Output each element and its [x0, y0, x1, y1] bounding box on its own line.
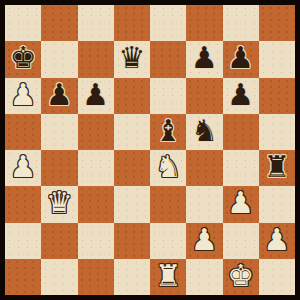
white-pawn-a4[interactable]: ♟ [10, 152, 37, 182]
square-a3[interactable] [5, 186, 41, 222]
square-e3[interactable] [150, 186, 186, 222]
square-g7[interactable]: ♟ [223, 41, 259, 77]
square-h7[interactable] [259, 41, 295, 77]
black-rook-h4[interactable]: ♜ [263, 152, 290, 182]
square-c7[interactable] [78, 41, 114, 77]
square-c8[interactable] [78, 5, 114, 41]
square-b3[interactable]: ♛ [41, 186, 77, 222]
white-knight-e4[interactable]: ♞ [155, 152, 182, 182]
white-rook-e1[interactable]: ♜ [155, 261, 182, 291]
square-c3[interactable] [78, 186, 114, 222]
square-d6[interactable] [114, 78, 150, 114]
square-d8[interactable] [114, 5, 150, 41]
square-f6[interactable] [186, 78, 222, 114]
square-h8[interactable] [259, 5, 295, 41]
white-king-g1[interactable]: ♚ [227, 261, 254, 291]
square-c4[interactable] [78, 150, 114, 186]
square-f3[interactable] [186, 186, 222, 222]
square-a2[interactable] [5, 223, 41, 259]
black-pawn-b6[interactable]: ♟ [46, 80, 73, 110]
square-a5[interactable] [5, 114, 41, 150]
black-king-a7[interactable]: ♚ [10, 43, 37, 73]
square-b8[interactable] [41, 5, 77, 41]
square-a4[interactable]: ♟ [5, 150, 41, 186]
square-g6[interactable]: ♟ [223, 78, 259, 114]
square-e8[interactable] [150, 5, 186, 41]
square-d1[interactable] [114, 259, 150, 295]
white-pawn-f2[interactable]: ♟ [191, 225, 218, 255]
white-pawn-a6[interactable]: ♟ [10, 80, 37, 110]
square-c2[interactable] [78, 223, 114, 259]
square-h4[interactable]: ♜ [259, 150, 295, 186]
square-g2[interactable] [223, 223, 259, 259]
square-h3[interactable] [259, 186, 295, 222]
black-pawn-f7[interactable]: ♟ [191, 43, 218, 73]
square-g5[interactable] [223, 114, 259, 150]
square-f1[interactable] [186, 259, 222, 295]
square-d4[interactable] [114, 150, 150, 186]
square-a8[interactable] [5, 5, 41, 41]
black-pawn-g6[interactable]: ♟ [227, 80, 254, 110]
square-f2[interactable]: ♟ [186, 223, 222, 259]
square-g1[interactable]: ♚ [223, 259, 259, 295]
square-b7[interactable] [41, 41, 77, 77]
black-bishop-e5[interactable]: ♝ [155, 116, 182, 146]
square-d5[interactable] [114, 114, 150, 150]
square-e1[interactable]: ♜ [150, 259, 186, 295]
square-d7[interactable]: ♛ [114, 41, 150, 77]
square-b1[interactable] [41, 259, 77, 295]
square-g3[interactable]: ♟ [223, 186, 259, 222]
square-e4[interactable]: ♞ [150, 150, 186, 186]
white-pawn-h2[interactable]: ♟ [263, 225, 290, 255]
square-f4[interactable] [186, 150, 222, 186]
square-c6[interactable]: ♟ [78, 78, 114, 114]
square-f5[interactable]: ♞ [186, 114, 222, 150]
square-b4[interactable] [41, 150, 77, 186]
square-e6[interactable] [150, 78, 186, 114]
square-e2[interactable] [150, 223, 186, 259]
square-f8[interactable] [186, 5, 222, 41]
square-e7[interactable] [150, 41, 186, 77]
square-h5[interactable] [259, 114, 295, 150]
square-b6[interactable]: ♟ [41, 78, 77, 114]
square-c5[interactable] [78, 114, 114, 150]
square-a1[interactable] [5, 259, 41, 295]
black-queen-d7[interactable]: ♛ [118, 43, 145, 73]
square-f7[interactable]: ♟ [186, 41, 222, 77]
square-a6[interactable]: ♟ [5, 78, 41, 114]
square-d3[interactable] [114, 186, 150, 222]
board-frame: ♚♛♟♟♟♟♟♟♝♞♟♞♜♛♟♟♟♜♚ [0, 0, 300, 300]
square-g4[interactable] [223, 150, 259, 186]
square-h1[interactable] [259, 259, 295, 295]
white-queen-b3[interactable]: ♛ [46, 188, 73, 218]
black-pawn-c6[interactable]: ♟ [82, 80, 109, 110]
square-g8[interactable] [223, 5, 259, 41]
square-c1[interactable] [78, 259, 114, 295]
square-d2[interactable] [114, 223, 150, 259]
black-knight-f5[interactable]: ♞ [191, 116, 218, 146]
square-e5[interactable]: ♝ [150, 114, 186, 150]
square-b5[interactable] [41, 114, 77, 150]
square-a7[interactable]: ♚ [5, 41, 41, 77]
black-pawn-g7[interactable]: ♟ [227, 43, 254, 73]
square-b2[interactable] [41, 223, 77, 259]
square-h6[interactable] [259, 78, 295, 114]
chess-board: ♚♛♟♟♟♟♟♟♝♞♟♞♜♛♟♟♟♜♚ [5, 5, 295, 295]
white-pawn-g3[interactable]: ♟ [227, 188, 254, 218]
square-h2[interactable]: ♟ [259, 223, 295, 259]
